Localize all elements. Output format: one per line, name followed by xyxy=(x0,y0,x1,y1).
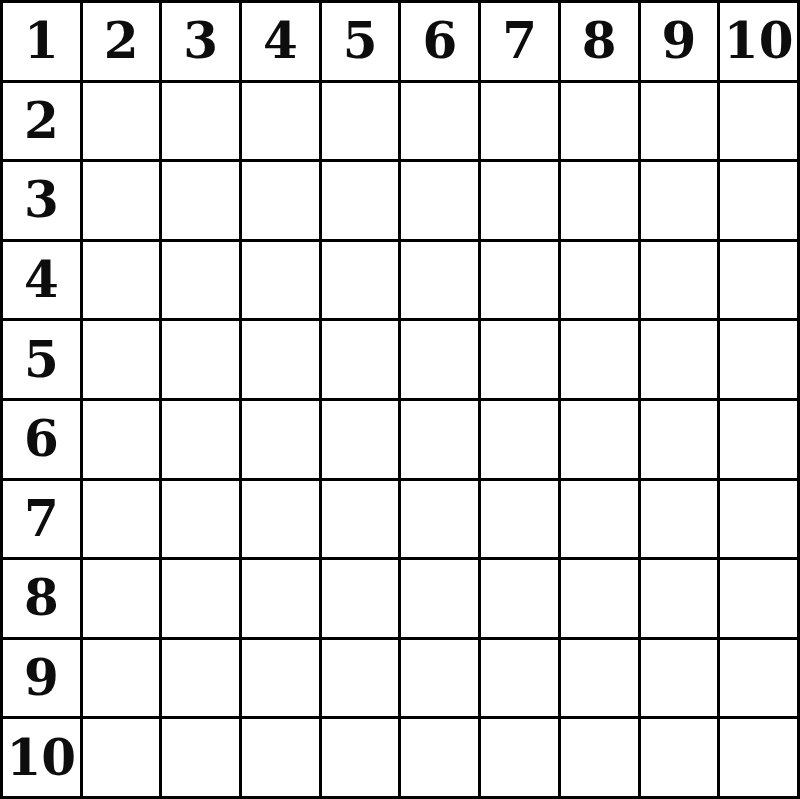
grid-cell-r3-c7[interactable] xyxy=(481,162,558,239)
header-cell-row-7: 7 xyxy=(3,481,80,558)
grid-cell-r8-c9[interactable] xyxy=(641,560,718,637)
header-cell-row-3: 3 xyxy=(3,162,80,239)
grid-cell-r2-c6[interactable] xyxy=(401,83,478,160)
grid-cell-r10-c6[interactable] xyxy=(401,719,478,796)
header-cell-col-10: 10 xyxy=(720,3,797,80)
grid-cell-r2-c8[interactable] xyxy=(561,83,638,160)
header-cell-row-4: 4 xyxy=(3,242,80,319)
grid-cell-r10-c7[interactable] xyxy=(481,719,558,796)
header-cell-col-7: 7 xyxy=(481,3,558,80)
header-cell-col-5: 5 xyxy=(322,3,399,80)
grid-cell-r4-c4[interactable] xyxy=(242,242,319,319)
grid-cell-r2-c3[interactable] xyxy=(162,83,239,160)
grid-cell-r9-c9[interactable] xyxy=(641,640,718,717)
grid-cell-r10-c2[interactable] xyxy=(83,719,160,796)
grid-cell-r5-c7[interactable] xyxy=(481,321,558,398)
header-cell-row-6: 6 xyxy=(3,401,80,478)
grid-cell-r6-c3[interactable] xyxy=(162,401,239,478)
grid-cell-r7-c9[interactable] xyxy=(641,481,718,558)
header-cell-row-8: 8 xyxy=(3,560,80,637)
grid-cell-r7-c7[interactable] xyxy=(481,481,558,558)
grid-cell-r10-c8[interactable] xyxy=(561,719,638,796)
grid-cell-r4-c8[interactable] xyxy=(561,242,638,319)
grid-cell-r6-c7[interactable] xyxy=(481,401,558,478)
grid-cell-r10-c4[interactable] xyxy=(242,719,319,796)
grid-cell-r5-c3[interactable] xyxy=(162,321,239,398)
grid-cell-r2-c10[interactable] xyxy=(720,83,797,160)
grid-cell-r4-c9[interactable] xyxy=(641,242,718,319)
grid-cell-r4-c7[interactable] xyxy=(481,242,558,319)
grid-cell-r2-c5[interactable] xyxy=(322,83,399,160)
grid-cell-r8-c10[interactable] xyxy=(720,560,797,637)
grid-cell-r2-c9[interactable] xyxy=(641,83,718,160)
header-cell-row-5: 5 xyxy=(3,321,80,398)
grid-cell-r5-c4[interactable] xyxy=(242,321,319,398)
grid-cell-r3-c10[interactable] xyxy=(720,162,797,239)
grid-cell-r6-c8[interactable] xyxy=(561,401,638,478)
grid-cell-r6-c2[interactable] xyxy=(83,401,160,478)
grid-cell-r6-c5[interactable] xyxy=(322,401,399,478)
grid-cell-r5-c10[interactable] xyxy=(720,321,797,398)
grid-cell-r10-c10[interactable] xyxy=(720,719,797,796)
grid-cell-r9-c8[interactable] xyxy=(561,640,638,717)
grid-cell-r8-c2[interactable] xyxy=(83,560,160,637)
grid-cell-r8-c3[interactable] xyxy=(162,560,239,637)
grid-cell-r8-c8[interactable] xyxy=(561,560,638,637)
header-cell-corner: 1 xyxy=(3,3,80,80)
grid-cell-r3-c8[interactable] xyxy=(561,162,638,239)
grid-cell-r7-c3[interactable] xyxy=(162,481,239,558)
grid-cell-r2-c2[interactable] xyxy=(83,83,160,160)
header-cell-col-4: 4 xyxy=(242,3,319,80)
grid-cell-r4-c10[interactable] xyxy=(720,242,797,319)
grid-cell-r2-c4[interactable] xyxy=(242,83,319,160)
grid-cell-r4-c2[interactable] xyxy=(83,242,160,319)
grid-cell-r5-c6[interactable] xyxy=(401,321,478,398)
header-cell-col-6: 6 xyxy=(401,3,478,80)
grid-cell-r7-c10[interactable] xyxy=(720,481,797,558)
grid-cell-r3-c2[interactable] xyxy=(83,162,160,239)
grid-cell-r10-c3[interactable] xyxy=(162,719,239,796)
grid-cell-r9-c10[interactable] xyxy=(720,640,797,717)
grid-cell-r10-c5[interactable] xyxy=(322,719,399,796)
grid-cell-r3-c6[interactable] xyxy=(401,162,478,239)
grid-cell-r3-c4[interactable] xyxy=(242,162,319,239)
grid-cell-r10-c9[interactable] xyxy=(641,719,718,796)
grid-cell-r9-c6[interactable] xyxy=(401,640,478,717)
grid-cell-r3-c3[interactable] xyxy=(162,162,239,239)
multiplication-grid: 123456789102345678910 xyxy=(0,0,800,799)
grid-cell-r5-c8[interactable] xyxy=(561,321,638,398)
grid-cell-r8-c7[interactable] xyxy=(481,560,558,637)
header-cell-row-2: 2 xyxy=(3,83,80,160)
grid-cell-r9-c2[interactable] xyxy=(83,640,160,717)
grid-cell-r5-c5[interactable] xyxy=(322,321,399,398)
grid-cell-r5-c2[interactable] xyxy=(83,321,160,398)
grid-cell-r9-c3[interactable] xyxy=(162,640,239,717)
grid-cell-r9-c7[interactable] xyxy=(481,640,558,717)
grid-cell-r2-c7[interactable] xyxy=(481,83,558,160)
grid-cell-r7-c5[interactable] xyxy=(322,481,399,558)
grid-cell-r7-c2[interactable] xyxy=(83,481,160,558)
grid-cell-r3-c5[interactable] xyxy=(322,162,399,239)
grid-cell-r7-c6[interactable] xyxy=(401,481,478,558)
grid-cell-r7-c8[interactable] xyxy=(561,481,638,558)
header-cell-row-10: 10 xyxy=(3,719,80,796)
grid-cell-r4-c5[interactable] xyxy=(322,242,399,319)
header-cell-col-3: 3 xyxy=(162,3,239,80)
grid-cell-r6-c6[interactable] xyxy=(401,401,478,478)
grid-cell-r6-c9[interactable] xyxy=(641,401,718,478)
grid-cell-r9-c4[interactable] xyxy=(242,640,319,717)
grid-cell-r4-c3[interactable] xyxy=(162,242,239,319)
grid-cell-r7-c4[interactable] xyxy=(242,481,319,558)
header-cell-row-9: 9 xyxy=(3,640,80,717)
header-cell-col-8: 8 xyxy=(561,3,638,80)
grid-cell-r8-c5[interactable] xyxy=(322,560,399,637)
grid-cell-r4-c6[interactable] xyxy=(401,242,478,319)
grid-cell-r8-c6[interactable] xyxy=(401,560,478,637)
grid-cell-r3-c9[interactable] xyxy=(641,162,718,239)
grid-cell-r9-c5[interactable] xyxy=(322,640,399,717)
grid-cell-r8-c4[interactable] xyxy=(242,560,319,637)
header-cell-col-9: 9 xyxy=(641,3,718,80)
header-cell-col-2: 2 xyxy=(83,3,160,80)
grid-cell-r5-c9[interactable] xyxy=(641,321,718,398)
grid-cell-r6-c10[interactable] xyxy=(720,401,797,478)
grid-cell-r6-c4[interactable] xyxy=(242,401,319,478)
